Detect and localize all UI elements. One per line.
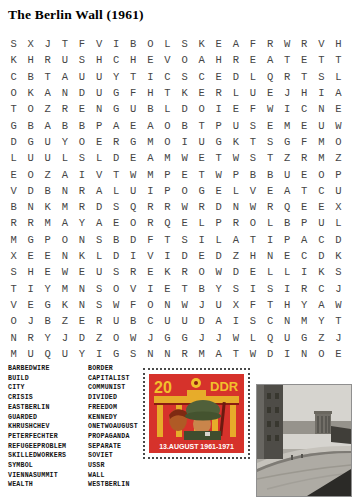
grid-cell: W <box>262 101 279 117</box>
photo-brandenburg-gate <box>314 411 332 434</box>
grid-cell: J <box>330 280 347 296</box>
grid-cell: U <box>176 313 193 329</box>
grid-cell: W <box>176 297 193 313</box>
grid-cell: X <box>5 248 22 264</box>
word-list-item: KHRUSHCHEV <box>8 422 66 432</box>
grid-cell: I <box>159 248 176 264</box>
grid-cell: O <box>125 215 142 231</box>
grid-cell: E <box>73 313 90 329</box>
grid-cell: B <box>176 117 193 133</box>
grid-cell: E <box>244 264 261 280</box>
word-list-column-2: BORDERCAPITALISTCOMMUNISTDIVIDEDFREEDOMK… <box>88 364 138 490</box>
word-list-item: DIVIDED <box>88 393 138 403</box>
grid-cell: A <box>56 166 73 182</box>
grid-cell: C <box>296 101 313 117</box>
grid-cell: C <box>262 313 279 329</box>
grid-cell: E <box>193 248 210 264</box>
grid-cell: E <box>296 117 313 133</box>
grid-cell: F <box>244 101 261 117</box>
grid-cell: R <box>176 346 193 362</box>
grid-cell: B <box>262 166 279 182</box>
grid-cell: U <box>91 85 108 101</box>
word-list-item: PROPAGANDA <box>88 432 138 442</box>
grid-cell: A <box>227 232 244 248</box>
word-list-item: REFUGEEPROBLEM <box>8 442 66 452</box>
grid-cell: D <box>210 248 227 264</box>
grid-cell: D <box>262 346 279 362</box>
grid-cell: K <box>39 199 56 215</box>
grid-cell: O <box>313 346 330 362</box>
grid-cell: D <box>125 232 142 248</box>
grid-cell: L <box>330 69 347 85</box>
grid-cell: V <box>91 36 108 52</box>
grid-cell: D <box>5 134 22 150</box>
grid-cell: N <box>296 346 313 362</box>
grid-cell: A <box>296 232 313 248</box>
grid-cell: W <box>330 297 347 313</box>
grid-cell: Z <box>279 150 296 166</box>
grid-cell: V <box>5 297 22 313</box>
grid-cell: M <box>313 134 330 150</box>
grid-cell: J <box>142 329 159 345</box>
grid-cell: R <box>142 199 159 215</box>
grid-cell: B <box>39 183 56 199</box>
word-list-item: EASTBERLIN <box>8 403 66 413</box>
grid-cell: J <box>22 313 39 329</box>
grid-cell: G <box>108 85 125 101</box>
grid-cell: E <box>193 85 210 101</box>
grid-cell: B <box>73 117 90 133</box>
grid-cell: U <box>159 313 176 329</box>
grid-cell: V <box>142 248 159 264</box>
grid-cell: N <box>262 248 279 264</box>
grid-cell: A <box>108 117 125 133</box>
word-list-item: CRISIS <box>8 393 66 403</box>
grid-cell: L <box>56 150 73 166</box>
grid-cell: E <box>210 36 227 52</box>
grid-cell: P <box>159 166 176 182</box>
grid-cell: C <box>313 280 330 296</box>
grid-cell: T <box>176 280 193 296</box>
grid-cell: D <box>193 313 210 329</box>
grid-cell: W <box>125 166 142 182</box>
grid-cell: N <box>22 199 39 215</box>
grid-cell: D <box>313 248 330 264</box>
grid-cell: F <box>125 297 142 313</box>
grid-cell: L <box>91 150 108 166</box>
grid-cell: W <box>244 199 261 215</box>
word-list-item: GUARDED <box>8 413 66 423</box>
grid-cell: E <box>22 297 39 313</box>
grid-cell: L <box>5 150 22 166</box>
grid-cell: E <box>108 215 125 231</box>
word-list-item: WESTBERLIN <box>88 480 138 490</box>
grid-cell: N <box>159 346 176 362</box>
word-list-column-1: BARBEDWIREBUILDCITYCRISISEASTBERLINGUARD… <box>8 364 66 490</box>
grid-cell: T <box>108 166 125 182</box>
grid-cell: M <box>142 166 159 182</box>
grid-cell: R <box>39 52 56 68</box>
word-list-item: USSR <box>88 461 138 471</box>
grid-cell: O <box>193 101 210 117</box>
grid-cell: T <box>159 232 176 248</box>
grid-cell: G <box>176 329 193 345</box>
grid-cell: A <box>56 215 73 231</box>
grid-cell: Q <box>39 346 56 362</box>
grid-cell: C <box>142 313 159 329</box>
grid-cell: D <box>176 101 193 117</box>
grid-cell: T <box>56 36 73 52</box>
grid-cell: I <box>91 346 108 362</box>
grid-cell: D <box>330 232 347 248</box>
grid-cell: O <box>176 52 193 68</box>
grid-cell: E <box>73 101 90 117</box>
grid-cell: E <box>227 101 244 117</box>
grid-cell: S <box>91 232 108 248</box>
grid-cell: A <box>227 36 244 52</box>
grid-cell: M <box>279 117 296 133</box>
grid-cell: K <box>193 36 210 52</box>
grid-cell: R <box>296 150 313 166</box>
grid-cell: E <box>330 101 347 117</box>
grid-cell: I <box>108 36 125 52</box>
grid-cell: E <box>142 52 159 68</box>
word-search-grid: SXJTFVIBOLSKEAFRWRVHKHRUSHCHEVOAHREATETT… <box>5 36 347 362</box>
grid-cell: W <box>244 346 261 362</box>
grid-cell: F <box>244 36 261 52</box>
grid-cell: O <box>22 166 39 182</box>
grid-cell: N <box>313 101 330 117</box>
grid-cell: D <box>210 199 227 215</box>
grid-cell: U <box>22 346 39 362</box>
grid-cell: U <box>91 264 108 280</box>
grid-cell: K <box>5 52 22 68</box>
grid-cell: U <box>210 297 227 313</box>
grid-cell: O <box>5 313 22 329</box>
grid-cell: M <box>56 199 73 215</box>
grid-cell: B <box>5 199 22 215</box>
grid-cell: S <box>108 264 125 280</box>
grid-cell: V <box>159 52 176 68</box>
grid-cell: E <box>125 150 142 166</box>
grid-cell: U <box>39 134 56 150</box>
grid-cell: J <box>210 329 227 345</box>
grid-cell: S <box>227 280 244 296</box>
grid-cell: R <box>142 215 159 231</box>
grid-cell: O <box>108 329 125 345</box>
grid-cell: K <box>22 85 39 101</box>
grid-cell: S <box>262 280 279 296</box>
grid-cell: N <box>56 85 73 101</box>
grid-cell: X <box>22 36 39 52</box>
grid-cell: T <box>262 297 279 313</box>
grid-cell: C <box>296 248 313 264</box>
grid-cell: V <box>5 183 22 199</box>
grid-cell: H <box>279 297 296 313</box>
grid-cell: E <box>73 264 90 280</box>
grid-cell: C <box>5 69 22 85</box>
grid-cell: A <box>39 85 56 101</box>
word-list-item: COMMUNIST <box>88 383 138 393</box>
word-list-item: BORDER <box>88 364 138 374</box>
grid-cell: R <box>73 199 90 215</box>
grid-cell: M <box>39 215 56 231</box>
grid-cell: M <box>159 150 176 166</box>
grid-cell: H <box>296 85 313 101</box>
word-list-item: CITY <box>8 383 66 393</box>
grid-cell: U <box>56 52 73 68</box>
grid-cell: K <box>159 264 176 280</box>
grid-cell: L <box>108 183 125 199</box>
grid-cell: A <box>210 313 227 329</box>
grid-cell: D <box>227 69 244 85</box>
grid-cell: N <box>5 329 22 345</box>
photo-left-building <box>257 385 283 459</box>
grid-cell: H <box>22 264 39 280</box>
grid-cell: E <box>279 248 296 264</box>
grid-cell: T <box>296 69 313 85</box>
grid-cell: B <box>56 117 73 133</box>
grid-cell: O <box>313 166 330 182</box>
grid-cell: S <box>262 134 279 150</box>
grid-cell: R <box>210 85 227 101</box>
grid-cell: P <box>210 117 227 133</box>
grid-cell: J <box>330 329 347 345</box>
grid-cell: R <box>176 264 193 280</box>
grid-cell: W <box>227 150 244 166</box>
grid-cell: K <box>73 248 90 264</box>
grid-cell: S <box>91 280 108 296</box>
grid-cell: E <box>22 248 39 264</box>
grid-cell: S <box>125 346 142 362</box>
grid-cell: U <box>313 215 330 231</box>
grid-cell: I <box>176 134 193 150</box>
grid-cell: H <box>91 52 108 68</box>
grid-cell: D <box>176 248 193 264</box>
grid-cell: R <box>91 313 108 329</box>
grid-cell: S <box>5 36 22 52</box>
grid-cell: T <box>330 52 347 68</box>
grid-cell: A <box>210 346 227 362</box>
grid-cell: I <box>262 232 279 248</box>
grid-cell: T <box>210 150 227 166</box>
grid-cell: U <box>313 117 330 133</box>
grid-cell: B <box>193 280 210 296</box>
grid-cell: S <box>244 313 261 329</box>
grid-cell: I <box>142 69 159 85</box>
grid-cell: S <box>176 232 193 248</box>
grid-cell: I <box>142 280 159 296</box>
grid-cell: R <box>279 69 296 85</box>
grid-cell: Z <box>39 101 56 117</box>
grid-cell: O <box>142 297 159 313</box>
grid-cell: W <box>176 199 193 215</box>
grid-cell: C <box>193 69 210 85</box>
word-list-item: SKILLEDWORKERS <box>8 451 66 461</box>
grid-cell: U <box>108 313 125 329</box>
grid-cell: A <box>262 52 279 68</box>
grid-cell: O <box>142 36 159 52</box>
word-list-item: ONETWOAUGUST <box>88 422 138 432</box>
grid-cell: U <box>244 85 261 101</box>
grid-cell: T <box>125 69 142 85</box>
grid-cell: Q <box>262 69 279 85</box>
grid-cell: W <box>56 264 73 280</box>
page-title: The Berlin Wall (1961) <box>8 7 144 23</box>
grid-cell: B <box>125 36 142 52</box>
grid-cell: L <box>244 329 261 345</box>
grid-cell: T <box>262 150 279 166</box>
grid-cell: N <box>91 101 108 117</box>
grid-cell: Y <box>296 297 313 313</box>
grid-cell: D <box>22 183 39 199</box>
profile-face-icon <box>169 409 187 431</box>
grid-cell: L <box>193 215 210 231</box>
grid-cell: O <box>159 117 176 133</box>
grid-cell: P <box>210 215 227 231</box>
grid-cell: A <box>330 85 347 101</box>
grid-cell: E <box>296 52 313 68</box>
grid-cell: C <box>108 52 125 68</box>
grid-cell: B <box>108 232 125 248</box>
grid-cell: A <box>142 117 159 133</box>
grid-cell: P <box>296 215 313 231</box>
grid-cell: I <box>244 280 261 296</box>
grid-cell: U <box>125 183 142 199</box>
word-list-item: BARBEDWIRE <box>8 364 66 374</box>
grid-cell: F <box>73 36 90 52</box>
grid-cell: S <box>73 150 90 166</box>
stamp-caption: 13.AUGUST 1961-1971 <box>159 443 234 450</box>
grid-cell: L <box>262 215 279 231</box>
grid-cell: Z <box>330 150 347 166</box>
grid-cell: V <box>91 166 108 182</box>
grid-cell: J <box>279 85 296 101</box>
grid-cell: J <box>193 329 210 345</box>
grid-cell: L <box>330 215 347 231</box>
grid-cell: N <box>142 346 159 362</box>
grid-cell: T <box>5 280 22 296</box>
grid-cell: R <box>193 199 210 215</box>
grid-cell: V <box>313 36 330 52</box>
grid-cell: E <box>262 183 279 199</box>
grid-cell: V <box>125 280 142 296</box>
grid-cell: W <box>330 117 347 133</box>
word-list-item: BUILD <box>8 374 66 384</box>
grid-cell: E <box>176 166 193 182</box>
grid-cell: U <box>39 150 56 166</box>
grid-cell: W <box>227 329 244 345</box>
grid-cell: M <box>313 150 330 166</box>
grid-cell: E <box>330 346 347 362</box>
grid-cell: Y <box>108 69 125 85</box>
grid-cell: G <box>22 134 39 150</box>
grid-cell: M <box>56 280 73 296</box>
grid-cell: O <box>73 134 90 150</box>
grid-cell: W <box>210 166 227 182</box>
stamp-country: DDR <box>210 379 239 394</box>
grid-cell: G <box>108 346 125 362</box>
grid-cell: I <box>296 264 313 280</box>
grid-cell: P <box>227 166 244 182</box>
grid-cell: S <box>244 117 261 133</box>
grid-cell: G <box>279 134 296 150</box>
grid-cell: P <box>279 232 296 248</box>
grid-cell: H <box>22 52 39 68</box>
grid-cell: E <box>159 280 176 296</box>
grid-cell: E <box>296 166 313 182</box>
grid-cell: X <box>330 199 347 215</box>
grid-cell: L <box>279 264 296 280</box>
grid-cell: T <box>313 52 330 68</box>
grid-cell: E <box>176 215 193 231</box>
grid-cell: K <box>227 134 244 150</box>
berlin-wall-photo <box>256 384 352 497</box>
grid-cell: R <box>227 52 244 68</box>
grid-cell: D <box>91 199 108 215</box>
grid-cell: Y <box>73 346 90 362</box>
grid-cell: T <box>244 134 261 150</box>
grid-cell: T <box>193 117 210 133</box>
grid-cell: E <box>142 264 159 280</box>
grid-cell: O <box>22 101 39 117</box>
grid-cell: B <box>279 215 296 231</box>
grid-cell: A <box>313 297 330 313</box>
ddr-stamp-image: 20 DDR 13.AUGUST 1961-1971 <box>143 368 250 459</box>
grid-cell: T <box>279 52 296 68</box>
grid-cell: J <box>193 297 210 313</box>
grid-cell: I <box>193 232 210 248</box>
grid-cell: N <box>159 297 176 313</box>
grid-cell: J <box>39 36 56 52</box>
grid-cell: L <box>159 36 176 52</box>
grid-cell: M <box>193 346 210 362</box>
grid-cell: P <box>39 232 56 248</box>
grid-cell: S <box>244 150 261 166</box>
grid-cell: B <box>39 313 56 329</box>
grid-cell: H <box>244 248 261 264</box>
berlin-wall-photo-scene <box>257 385 351 496</box>
grid-cell: D <box>73 329 90 345</box>
grid-cell: S <box>73 52 90 68</box>
grid-cell: I <box>210 101 227 117</box>
grid-cell: S <box>330 264 347 280</box>
grid-cell: F <box>125 85 142 101</box>
grid-cell: G <box>39 297 56 313</box>
grid-cell: E <box>210 183 227 199</box>
stamp-value: 20 <box>154 379 172 396</box>
grid-cell: D <box>227 264 244 280</box>
grid-cell: E <box>296 199 313 215</box>
grid-cell: L <box>210 232 227 248</box>
grid-cell: C <box>159 69 176 85</box>
stamp-artwork: 20 DDR 13.AUGUST 1961-1971 <box>149 374 244 453</box>
grid-cell: B <box>142 101 159 117</box>
grid-cell: Y <box>39 329 56 345</box>
grid-cell: A <box>39 117 56 133</box>
grid-cell: G <box>125 134 142 150</box>
grid-cell: N <box>56 248 73 264</box>
grid-cell: U <box>227 117 244 133</box>
grid-cell: T <box>227 346 244 362</box>
grid-cell: E <box>125 117 142 133</box>
grid-cell: U <box>56 346 73 362</box>
grid-cell: M <box>296 313 313 329</box>
grid-cell: Z <box>39 166 56 182</box>
grid-cell: U <box>22 150 39 166</box>
grid-cell: J <box>56 329 73 345</box>
grid-cell: U <box>193 134 210 150</box>
